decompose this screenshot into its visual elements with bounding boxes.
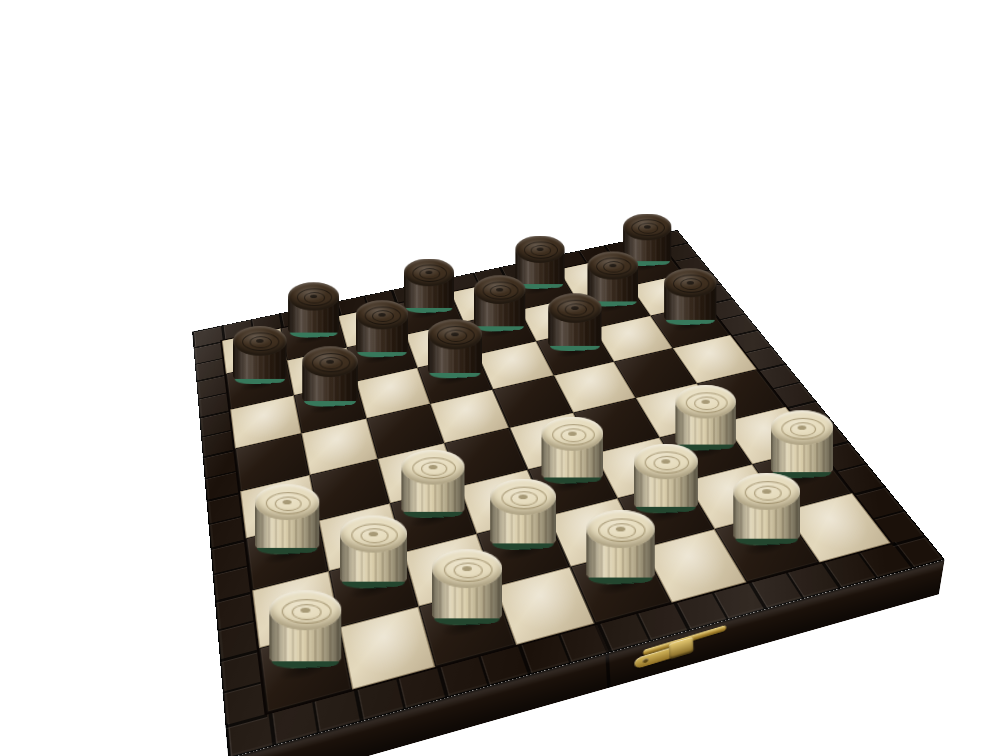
piece-top (586, 510, 655, 548)
piece-cylinder (489, 478, 555, 550)
piece-top (675, 385, 736, 418)
piece-cylinder (254, 484, 319, 554)
piece-top (489, 478, 555, 514)
piece-top (254, 484, 319, 520)
photo-stage (0, 0, 1008, 756)
piece-cylinder (401, 449, 464, 518)
perspective-scene (0, 0, 1008, 756)
piece-cylinder (431, 549, 501, 625)
piece-cylinder (675, 385, 736, 451)
piece-top (431, 549, 501, 588)
piece-top (770, 410, 833, 445)
square-r8c6[interactable] (643, 529, 746, 603)
piece-center-dot (461, 566, 471, 571)
piece-top (623, 213, 671, 240)
piece-center-dot (797, 425, 806, 429)
piece-center-dot (701, 399, 709, 403)
piece-center-dot (425, 271, 432, 274)
camera-tilt (0, 0, 1008, 756)
piece-center-dot (428, 465, 437, 469)
piece-top (732, 473, 799, 510)
piece-center-dot (643, 225, 650, 228)
piece-top (269, 590, 341, 630)
piece-cylinder (339, 515, 406, 588)
piece-top (339, 515, 406, 552)
piece-center-dot (567, 431, 576, 435)
piece-cylinder (541, 416, 603, 483)
piece-top (633, 443, 697, 478)
piece-cylinder (633, 443, 697, 513)
piece-top (541, 416, 603, 450)
piece-top (288, 282, 339, 310)
piece-center-dot (282, 500, 291, 504)
piece-center-dot (536, 247, 543, 250)
piece-cylinder (269, 590, 341, 668)
piece-center-dot (300, 607, 310, 612)
checkers-board (192, 230, 944, 756)
fold-seam-front (605, 653, 610, 689)
piece-top (515, 236, 564, 263)
piece-cylinder (732, 473, 799, 546)
piece-center-dot (761, 489, 770, 494)
piece-top (403, 258, 453, 286)
brass-clasp (633, 622, 728, 674)
square-r8c2[interactable] (340, 606, 435, 689)
piece-top (401, 449, 464, 484)
square-r8c4[interactable] (495, 567, 595, 645)
square-r5c2[interactable] (310, 459, 390, 521)
piece-center-dot (615, 526, 624, 531)
piece-center-dot (661, 459, 670, 463)
piece-cylinder (770, 410, 833, 478)
piece-cylinder (586, 510, 655, 585)
piece-center-dot (310, 294, 317, 298)
piece-center-dot (518, 494, 527, 499)
piece-center-dot (368, 531, 377, 536)
